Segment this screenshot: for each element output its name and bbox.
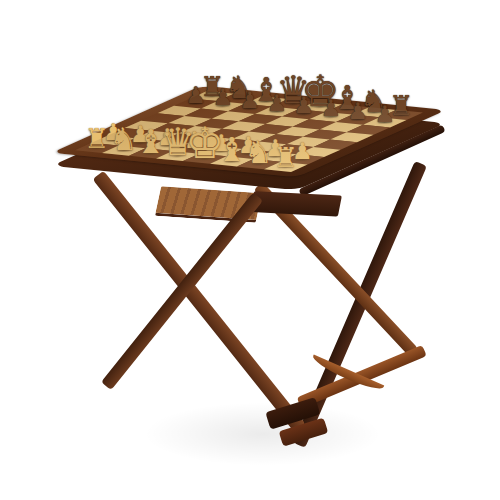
product-photo: Overhead product photo of a wooden foldi… (0, 0, 500, 500)
piece-white-rook-a1[interactable]: ♜ (85, 125, 109, 152)
piece-black-pawn-a7[interactable]: ♟ (185, 84, 206, 107)
ground-shadow (105, 392, 420, 476)
piece-black-pawn-c7[interactable]: ♟ (239, 89, 260, 112)
piece-black-pawn-f7[interactable]: ♟ (320, 97, 341, 120)
piece-black-pawn-e7[interactable]: ♟ (293, 94, 314, 117)
piece-black-pawn-g7[interactable]: ♟ (347, 100, 368, 123)
piece-white-knight-b1[interactable]: ♞ (110, 124, 138, 155)
piece-white-bishop-f1[interactable]: ♝ (217, 133, 247, 166)
table-apron-shadow (250, 191, 342, 216)
piece-black-pawn-d7[interactable]: ♟ (266, 92, 287, 115)
piece-white-rook-h1[interactable]: ♜ (274, 144, 298, 171)
piece-black-pawn-h7[interactable]: ♟ (374, 103, 395, 126)
piece-white-knight-g1[interactable]: ♞ (245, 137, 273, 168)
piece-black-pawn-b7[interactable]: ♟ (212, 86, 233, 109)
